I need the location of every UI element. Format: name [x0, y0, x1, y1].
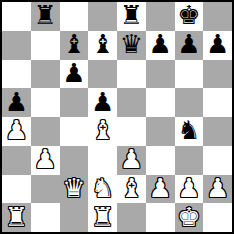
- square-f5[interactable]: [146, 88, 175, 117]
- square-b8[interactable]: ♜: [31, 2, 60, 31]
- square-b3[interactable]: ♟: [31, 146, 60, 175]
- piece-white-rook: ♜: [91, 204, 114, 230]
- square-d2[interactable]: ♞: [88, 175, 117, 204]
- square-h1[interactable]: [203, 203, 232, 232]
- square-e2[interactable]: ♝: [117, 175, 146, 204]
- square-g8[interactable]: ♚: [175, 2, 204, 31]
- piece-white-pawn: ♟: [148, 175, 171, 201]
- square-f3[interactable]: [146, 146, 175, 175]
- square-g4[interactable]: ♞: [175, 117, 204, 146]
- piece-black-knight: ♞: [177, 117, 200, 143]
- piece-black-pawn: ♟: [148, 31, 171, 57]
- square-c2[interactable]: ♛: [60, 175, 89, 204]
- piece-white-bishop: ♝: [91, 117, 114, 143]
- square-h4[interactable]: [203, 117, 232, 146]
- square-a7[interactable]: [2, 31, 31, 60]
- square-g6[interactable]: [175, 60, 204, 89]
- square-e3[interactable]: ♟: [117, 146, 146, 175]
- square-h2[interactable]: ♟: [203, 175, 232, 204]
- piece-black-pawn: ♟: [91, 89, 114, 115]
- piece-white-knight: ♞: [91, 175, 114, 201]
- square-d7[interactable]: ♝: [88, 31, 117, 60]
- square-c6[interactable]: ♟: [60, 60, 89, 89]
- piece-black-pawn: ♟: [5, 89, 28, 115]
- square-e5[interactable]: [117, 88, 146, 117]
- piece-white-pawn: ♟: [206, 175, 229, 201]
- piece-black-queen: ♛: [120, 31, 143, 57]
- square-b2[interactable]: [31, 175, 60, 204]
- square-c5[interactable]: [60, 88, 89, 117]
- square-f6[interactable]: [146, 60, 175, 89]
- square-h6[interactable]: [203, 60, 232, 89]
- square-a6[interactable]: [2, 60, 31, 89]
- square-a5[interactable]: ♟: [2, 88, 31, 117]
- square-g3[interactable]: [175, 146, 204, 175]
- square-b5[interactable]: [31, 88, 60, 117]
- square-a3[interactable]: [2, 146, 31, 175]
- piece-white-bishop: ♝: [120, 175, 143, 201]
- square-b1[interactable]: [31, 203, 60, 232]
- square-c8[interactable]: [60, 2, 89, 31]
- piece-white-king: ♚: [177, 204, 200, 230]
- square-d5[interactable]: ♟: [88, 88, 117, 117]
- square-h8[interactable]: [203, 2, 232, 31]
- chess-board: ♜♜♚♝♝♛♟♟♟♟♟♟♟♝♞♟♟♛♞♝♟♟♟♜♜♚: [0, 0, 234, 234]
- square-f8[interactable]: [146, 2, 175, 31]
- piece-white-pawn: ♟: [120, 146, 143, 172]
- piece-black-rook: ♜: [120, 2, 143, 28]
- square-e7[interactable]: ♛: [117, 31, 146, 60]
- piece-black-bishop: ♝: [91, 31, 114, 57]
- square-c7[interactable]: ♝: [60, 31, 89, 60]
- piece-white-pawn: ♟: [5, 117, 28, 143]
- piece-white-pawn: ♟: [177, 175, 200, 201]
- square-b4[interactable]: [31, 117, 60, 146]
- square-g5[interactable]: [175, 88, 204, 117]
- square-c3[interactable]: [60, 146, 89, 175]
- square-a8[interactable]: [2, 2, 31, 31]
- square-e1[interactable]: [117, 203, 146, 232]
- square-c4[interactable]: [60, 117, 89, 146]
- square-h3[interactable]: [203, 146, 232, 175]
- square-a4[interactable]: ♟: [2, 117, 31, 146]
- piece-black-bishop: ♝: [62, 31, 85, 57]
- square-d4[interactable]: ♝: [88, 117, 117, 146]
- square-h7[interactable]: ♟: [203, 31, 232, 60]
- square-d8[interactable]: [88, 2, 117, 31]
- square-e6[interactable]: [117, 60, 146, 89]
- square-a2[interactable]: [2, 175, 31, 204]
- square-f7[interactable]: ♟: [146, 31, 175, 60]
- piece-white-rook: ♜: [5, 204, 28, 230]
- square-g1[interactable]: ♚: [175, 203, 204, 232]
- square-g2[interactable]: ♟: [175, 175, 204, 204]
- square-e8[interactable]: ♜: [117, 2, 146, 31]
- piece-white-pawn: ♟: [33, 146, 56, 172]
- square-d6[interactable]: [88, 60, 117, 89]
- chess-board-container: ♜♜♚♝♝♛♟♟♟♟♟♟♟♝♞♟♟♛♞♝♟♟♟♜♜♚: [0, 0, 234, 234]
- square-d1[interactable]: ♜: [88, 203, 117, 232]
- piece-black-pawn: ♟: [177, 31, 200, 57]
- square-g7[interactable]: ♟: [175, 31, 204, 60]
- square-f2[interactable]: ♟: [146, 175, 175, 204]
- square-f4[interactable]: [146, 117, 175, 146]
- piece-black-rook: ♜: [33, 2, 56, 28]
- square-c1[interactable]: [60, 203, 89, 232]
- square-b6[interactable]: [31, 60, 60, 89]
- piece-white-queen: ♛: [62, 175, 85, 201]
- piece-black-pawn: ♟: [206, 31, 229, 57]
- square-h5[interactable]: [203, 88, 232, 117]
- square-d3[interactable]: [88, 146, 117, 175]
- square-b7[interactable]: [31, 31, 60, 60]
- square-f1[interactable]: [146, 203, 175, 232]
- piece-black-king: ♚: [177, 2, 200, 28]
- piece-black-pawn: ♟: [62, 60, 85, 86]
- square-a1[interactable]: ♜: [2, 203, 31, 232]
- square-e4[interactable]: [117, 117, 146, 146]
